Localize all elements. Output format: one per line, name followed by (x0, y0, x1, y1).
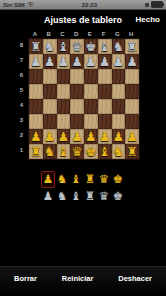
rank-label-4: 4 (0, 98, 26, 113)
black-rook-piece: ♜ (127, 39, 138, 54)
white-king-icon: ♚ (113, 172, 123, 187)
square-b6[interactable] (43, 69, 57, 84)
tray-black-knight[interactable]: ♞ (55, 188, 69, 205)
chess-board: ♜♞♝♛♚♝♞♜♟♟♟♟♟♟♟♟♟♟♟♟♟♟♟♟♜♞♝♛♚♝♞♜ (28, 38, 140, 160)
carrier-label: Sin SIM (3, 2, 25, 8)
white-rook-piece: ♜ (127, 144, 138, 159)
square-a6[interactable] (29, 69, 43, 84)
square-d3[interactable] (70, 114, 84, 129)
square-a8[interactable]: ♜ (29, 39, 43, 54)
black-pawn-piece: ♟ (113, 54, 124, 69)
square-c6[interactable] (57, 69, 71, 84)
white-piece-tray: ♟♞♝♜♛♚ (41, 171, 125, 188)
white-knight-icon: ♞ (57, 172, 67, 187)
square-a2[interactable]: ♟ (29, 129, 43, 144)
square-g2[interactable]: ♟ (112, 129, 126, 144)
square-f7[interactable]: ♟ (98, 54, 112, 69)
white-pawn-icon: ♟ (43, 172, 53, 187)
tray-black-king[interactable]: ♚ (111, 188, 125, 205)
file-label-d: D (69, 30, 83, 38)
square-f5[interactable] (98, 84, 112, 99)
black-pawn-piece: ♟ (44, 54, 55, 69)
square-c4[interactable] (57, 99, 71, 114)
square-e4[interactable] (84, 99, 98, 114)
tray-black-pawn[interactable]: ♟ (41, 188, 55, 205)
square-b4[interactable] (43, 99, 57, 114)
battery-icon (151, 1, 163, 8)
square-c3[interactable] (57, 114, 71, 129)
square-d2[interactable]: ♟ (70, 129, 84, 144)
square-e1[interactable]: ♚ (84, 144, 98, 159)
white-pawn-piece: ♟ (85, 129, 96, 144)
square-e7[interactable]: ♟ (84, 54, 98, 69)
clear-button[interactable]: Borrar (12, 272, 39, 284)
white-pawn-piece: ♟ (30, 129, 41, 144)
rank-label-1: 1 (0, 143, 26, 158)
white-knight-piece: ♞ (44, 144, 55, 159)
black-pawn-piece: ♟ (58, 54, 69, 69)
square-c2[interactable]: ♟ (57, 129, 71, 144)
square-d4[interactable] (70, 99, 84, 114)
square-d6[interactable] (70, 69, 84, 84)
square-a1[interactable]: ♜ (29, 144, 43, 159)
done-button[interactable]: Hecho (134, 13, 162, 26)
square-b1[interactable]: ♞ (43, 144, 57, 159)
square-e8[interactable]: ♚ (84, 39, 98, 54)
black-knight-piece: ♞ (113, 39, 124, 54)
white-pawn-piece: ♟ (44, 129, 55, 144)
black-pawn-piece: ♟ (85, 54, 96, 69)
white-rook-piece: ♜ (30, 144, 41, 159)
square-c8[interactable]: ♝ (57, 39, 71, 54)
tray-white-pawn[interactable]: ♟ (41, 171, 55, 188)
rank-label-3: 3 (0, 113, 26, 128)
black-pawn-piece: ♟ (127, 54, 138, 69)
status-icon (145, 3, 149, 7)
bottom-toolbar: Borrar Reiniciar Deshacer (0, 266, 166, 296)
square-c7[interactable]: ♟ (57, 54, 71, 69)
square-h3[interactable] (125, 114, 139, 129)
square-e6[interactable] (84, 69, 98, 84)
black-rook-icon: ♜ (85, 189, 95, 204)
black-king-piece: ♚ (85, 39, 96, 54)
white-bishop-icon: ♝ (71, 172, 81, 187)
black-pawn-icon: ♟ (43, 189, 53, 204)
square-d7[interactable]: ♟ (70, 54, 84, 69)
tray-white-rook[interactable]: ♜ (83, 171, 97, 188)
white-rook-icon: ♜ (85, 172, 95, 187)
square-d8[interactable]: ♛ (70, 39, 84, 54)
rank-label-2: 2 (0, 128, 26, 143)
square-a4[interactable] (29, 99, 43, 114)
square-a5[interactable] (29, 84, 43, 99)
square-f2[interactable]: ♟ (98, 129, 112, 144)
file-label-h: H (124, 30, 138, 38)
white-bishop-piece: ♝ (99, 144, 110, 159)
black-rook-piece: ♜ (30, 39, 41, 54)
black-pawn-piece: ♟ (72, 54, 83, 69)
rank-label-8: 8 (0, 38, 26, 53)
square-h7[interactable]: ♟ (125, 54, 139, 69)
square-g8[interactable]: ♞ (112, 39, 126, 54)
square-e3[interactable] (84, 114, 98, 129)
file-label-e: E (83, 30, 97, 38)
white-pawn-piece: ♟ (127, 129, 138, 144)
square-h6[interactable] (125, 69, 139, 84)
black-queen-icon: ♛ (99, 189, 109, 204)
square-f4[interactable] (98, 99, 112, 114)
tray-white-bishop[interactable]: ♝ (69, 171, 83, 188)
black-pawn-piece: ♟ (30, 54, 41, 69)
clock: 22:23 (82, 2, 97, 8)
square-e5[interactable] (84, 84, 98, 99)
square-b2[interactable]: ♟ (43, 129, 57, 144)
white-king-piece: ♚ (85, 144, 96, 159)
square-f8[interactable]: ♝ (98, 39, 112, 54)
square-h5[interactable] (125, 84, 139, 99)
black-bishop-piece: ♝ (58, 39, 69, 54)
black-bishop-piece: ♝ (99, 39, 110, 54)
file-label-c: C (56, 30, 70, 38)
square-g6[interactable] (112, 69, 126, 84)
square-h2[interactable]: ♟ (125, 129, 139, 144)
square-g5[interactable] (112, 84, 126, 99)
tray-black-rook[interactable]: ♜ (83, 188, 97, 205)
square-c1[interactable]: ♝ (57, 144, 71, 159)
white-queen-piece: ♛ (72, 144, 83, 159)
square-c5[interactable] (57, 84, 71, 99)
black-pawn-piece: ♟ (99, 54, 110, 69)
white-pawn-piece: ♟ (58, 129, 69, 144)
tray-white-king[interactable]: ♚ (111, 171, 125, 188)
square-a7[interactable]: ♟ (29, 54, 43, 69)
black-king-icon: ♚ (113, 189, 123, 204)
square-g7[interactable]: ♟ (112, 54, 126, 69)
black-piece-tray: ♟♞♝♜♛♚ (41, 188, 125, 205)
white-pawn-piece: ♟ (99, 129, 110, 144)
rank-label-5: 5 (0, 83, 26, 98)
square-h8[interactable]: ♜ (125, 39, 139, 54)
square-b3[interactable] (43, 114, 57, 129)
file-label-g: G (111, 30, 125, 38)
white-bishop-piece: ♝ (58, 144, 69, 159)
rank-label-6: 6 (0, 68, 26, 83)
white-queen-icon: ♛ (99, 172, 109, 187)
navigation-bar: Ajustes de tablero Hecho (0, 10, 166, 30)
black-queen-piece: ♛ (72, 39, 83, 54)
white-pawn-piece: ♟ (113, 129, 124, 144)
square-a3[interactable] (29, 114, 43, 129)
tray-black-queen[interactable]: ♛ (97, 188, 111, 205)
square-g1[interactable]: ♞ (112, 144, 126, 159)
square-h1[interactable]: ♜ (125, 144, 139, 159)
file-label-b: B (42, 30, 56, 38)
tray-black-bishop[interactable]: ♝ (69, 188, 83, 205)
square-b8[interactable]: ♞ (43, 39, 57, 54)
file-labels: ABCDEFGH (28, 30, 138, 38)
black-bishop-icon: ♝ (71, 189, 81, 204)
square-f1[interactable]: ♝ (98, 144, 112, 159)
white-knight-piece: ♞ (113, 144, 124, 159)
file-label-a: A (28, 30, 42, 38)
undo-button[interactable]: Deshacer (116, 272, 154, 284)
square-f6[interactable] (98, 69, 112, 84)
square-h4[interactable] (125, 99, 139, 114)
square-b5[interactable] (43, 84, 57, 99)
tray-white-knight[interactable]: ♞ (55, 171, 69, 188)
square-f3[interactable] (98, 114, 112, 129)
wifi-icon (27, 2, 34, 7)
square-b7[interactable]: ♟ (43, 54, 57, 69)
black-knight-piece: ♞ (44, 39, 55, 54)
white-pawn-piece: ♟ (72, 129, 83, 144)
status-bar: Sin SIM 22:23 (0, 0, 166, 10)
tray-white-queen[interactable]: ♛ (97, 171, 111, 188)
square-d1[interactable]: ♛ (70, 144, 84, 159)
square-g3[interactable] (112, 114, 126, 129)
rank-label-7: 7 (0, 53, 26, 68)
square-e2[interactable]: ♟ (84, 129, 98, 144)
black-knight-icon: ♞ (57, 189, 67, 204)
rank-labels: 87654321 (0, 38, 26, 158)
file-label-f: F (97, 30, 111, 38)
reset-button[interactable]: Reiniciar (60, 272, 96, 284)
piece-tray: ♟♞♝♜♛♚ ♟♞♝♜♛♚ (41, 171, 125, 205)
square-d5[interactable] (70, 84, 84, 99)
page-title: Ajustes de tablero (44, 15, 122, 25)
square-g4[interactable] (112, 99, 126, 114)
